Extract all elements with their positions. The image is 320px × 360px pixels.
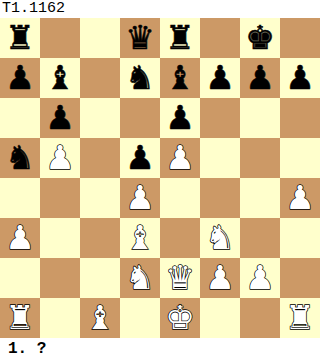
square-h3[interactable] xyxy=(280,218,320,258)
square-f7[interactable]: ♟ xyxy=(200,58,240,98)
piece-black-pawn: ♟ xyxy=(125,138,155,178)
square-c7[interactable] xyxy=(80,58,120,98)
piece-black-bishop: ♝ xyxy=(165,58,195,98)
square-f2[interactable]: ♟ xyxy=(200,258,240,298)
square-e3[interactable] xyxy=(160,218,200,258)
square-g1[interactable] xyxy=(240,298,280,338)
piece-white-pawn: ♟ xyxy=(5,218,35,258)
square-g5[interactable] xyxy=(240,138,280,178)
chess-board: ♜♛♜♚♟♝♞♝♟♟♟♟♟♞♟♟♟♟♟♟♝♞♞♛♟♟♜♝♚♜ xyxy=(0,18,320,338)
square-h5[interactable] xyxy=(280,138,320,178)
piece-black-knight: ♞ xyxy=(125,58,155,98)
square-c1[interactable]: ♝ xyxy=(80,298,120,338)
square-a1[interactable]: ♜ xyxy=(0,298,40,338)
piece-black-pawn: ♟ xyxy=(205,58,235,98)
square-e5[interactable]: ♟ xyxy=(160,138,200,178)
piece-white-pawn: ♟ xyxy=(45,138,75,178)
square-c8[interactable] xyxy=(80,18,120,58)
square-e8[interactable]: ♜ xyxy=(160,18,200,58)
square-b2[interactable] xyxy=(40,258,80,298)
piece-white-pawn: ♟ xyxy=(245,258,275,298)
square-d6[interactable] xyxy=(120,98,160,138)
square-d4[interactable]: ♟ xyxy=(120,178,160,218)
square-c6[interactable] xyxy=(80,98,120,138)
square-g3[interactable] xyxy=(240,218,280,258)
square-b4[interactable] xyxy=(40,178,80,218)
square-e2[interactable]: ♛ xyxy=(160,258,200,298)
piece-black-knight: ♞ xyxy=(5,138,35,178)
square-a4[interactable] xyxy=(0,178,40,218)
piece-black-bishop: ♝ xyxy=(45,58,75,98)
puzzle-title: T1.1162 xyxy=(0,0,320,18)
square-b7[interactable]: ♝ xyxy=(40,58,80,98)
square-g7[interactable]: ♟ xyxy=(240,58,280,98)
square-e7[interactable]: ♝ xyxy=(160,58,200,98)
square-f1[interactable] xyxy=(200,298,240,338)
square-g8[interactable]: ♚ xyxy=(240,18,280,58)
square-a5[interactable]: ♞ xyxy=(0,138,40,178)
piece-white-rook: ♜ xyxy=(285,298,315,338)
square-d2[interactable]: ♞ xyxy=(120,258,160,298)
move-prompt: 1. ? xyxy=(0,338,320,360)
square-f4[interactable] xyxy=(200,178,240,218)
piece-white-pawn: ♟ xyxy=(165,138,195,178)
square-c4[interactable] xyxy=(80,178,120,218)
square-e6[interactable]: ♟ xyxy=(160,98,200,138)
piece-black-queen: ♛ xyxy=(125,18,155,58)
square-h6[interactable] xyxy=(280,98,320,138)
piece-white-pawn: ♟ xyxy=(205,258,235,298)
piece-white-knight: ♞ xyxy=(205,218,235,258)
piece-black-pawn: ♟ xyxy=(285,58,315,98)
square-b5[interactable]: ♟ xyxy=(40,138,80,178)
piece-white-rook: ♜ xyxy=(5,298,35,338)
piece-white-knight: ♞ xyxy=(125,258,155,298)
piece-black-pawn: ♟ xyxy=(45,98,75,138)
square-d5[interactable]: ♟ xyxy=(120,138,160,178)
square-b6[interactable]: ♟ xyxy=(40,98,80,138)
piece-black-pawn: ♟ xyxy=(245,58,275,98)
square-h1[interactable]: ♜ xyxy=(280,298,320,338)
square-a2[interactable] xyxy=(0,258,40,298)
square-g4[interactable] xyxy=(240,178,280,218)
piece-white-queen: ♛ xyxy=(165,258,195,298)
piece-black-pawn: ♟ xyxy=(165,98,195,138)
piece-black-rook: ♜ xyxy=(5,18,35,58)
square-e4[interactable] xyxy=(160,178,200,218)
piece-black-pawn: ♟ xyxy=(5,58,35,98)
square-b1[interactable] xyxy=(40,298,80,338)
square-a3[interactable]: ♟ xyxy=(0,218,40,258)
piece-white-pawn: ♟ xyxy=(285,178,315,218)
square-b8[interactable] xyxy=(40,18,80,58)
square-f3[interactable]: ♞ xyxy=(200,218,240,258)
square-h4[interactable]: ♟ xyxy=(280,178,320,218)
square-d1[interactable] xyxy=(120,298,160,338)
piece-white-bishop: ♝ xyxy=(85,298,115,338)
square-f8[interactable] xyxy=(200,18,240,58)
square-a8[interactable]: ♜ xyxy=(0,18,40,58)
square-f5[interactable] xyxy=(200,138,240,178)
piece-black-rook: ♜ xyxy=(165,18,195,58)
square-g6[interactable] xyxy=(240,98,280,138)
square-c3[interactable] xyxy=(80,218,120,258)
square-h8[interactable] xyxy=(280,18,320,58)
square-a7[interactable]: ♟ xyxy=(0,58,40,98)
piece-white-king: ♚ xyxy=(165,298,195,338)
square-d8[interactable]: ♛ xyxy=(120,18,160,58)
piece-white-pawn: ♟ xyxy=(125,178,155,218)
square-h2[interactable] xyxy=(280,258,320,298)
square-h7[interactable]: ♟ xyxy=(280,58,320,98)
square-f6[interactable] xyxy=(200,98,240,138)
square-a6[interactable] xyxy=(0,98,40,138)
square-c5[interactable] xyxy=(80,138,120,178)
square-g2[interactable]: ♟ xyxy=(240,258,280,298)
piece-black-king: ♚ xyxy=(245,18,275,58)
square-d3[interactable]: ♝ xyxy=(120,218,160,258)
square-c2[interactable] xyxy=(80,258,120,298)
square-b3[interactable] xyxy=(40,218,80,258)
square-e1[interactable]: ♚ xyxy=(160,298,200,338)
piece-white-bishop: ♝ xyxy=(125,218,155,258)
square-d7[interactable]: ♞ xyxy=(120,58,160,98)
